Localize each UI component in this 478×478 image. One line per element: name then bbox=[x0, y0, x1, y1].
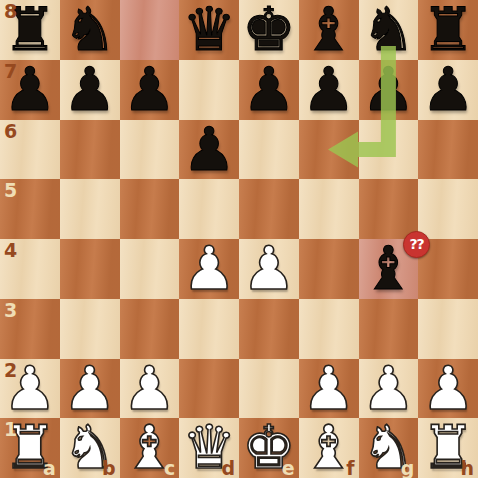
square-g5[interactable] bbox=[359, 179, 419, 239]
square-d8[interactable]: ♛ bbox=[179, 0, 239, 60]
square-a2[interactable]: 2♟ bbox=[0, 359, 60, 419]
piece-black-pawn-b7[interactable]: ♟ bbox=[63, 60, 117, 120]
piece-black-pawn-c7[interactable]: ♟ bbox=[122, 60, 176, 120]
file-label-d: d bbox=[221, 457, 235, 478]
rank-label-8: 8 bbox=[4, 0, 17, 22]
square-f6[interactable] bbox=[299, 120, 359, 180]
square-d2[interactable] bbox=[179, 359, 239, 419]
square-b6[interactable] bbox=[60, 120, 120, 180]
square-d4[interactable]: ♟ bbox=[179, 239, 239, 299]
square-f8[interactable]: ♝ bbox=[299, 0, 359, 60]
file-label-h: h bbox=[460, 457, 474, 478]
blunder-badge: ?? bbox=[403, 231, 430, 258]
square-g6[interactable] bbox=[359, 120, 419, 180]
square-c8[interactable] bbox=[120, 0, 180, 60]
file-label-f: f bbox=[346, 457, 354, 478]
square-d3[interactable] bbox=[179, 299, 239, 359]
square-c1[interactable]: c♝ bbox=[120, 418, 180, 478]
piece-white-pawn-g2[interactable]: ♟ bbox=[361, 359, 415, 419]
square-d5[interactable] bbox=[179, 179, 239, 239]
square-c4[interactable] bbox=[120, 239, 180, 299]
piece-black-bishop-f8[interactable]: ♝ bbox=[302, 0, 356, 60]
square-d1[interactable]: d♛ bbox=[179, 418, 239, 478]
square-c3[interactable] bbox=[120, 299, 180, 359]
piece-white-pawn-h2[interactable]: ♟ bbox=[421, 359, 475, 419]
square-e3[interactable] bbox=[239, 299, 299, 359]
square-e2[interactable] bbox=[239, 359, 299, 419]
rank-label-2: 2 bbox=[4, 359, 17, 381]
square-e8[interactable]: ♚ bbox=[239, 0, 299, 60]
piece-black-rook-h8[interactable]: ♜ bbox=[421, 0, 475, 60]
square-d7[interactable] bbox=[179, 60, 239, 120]
rank-label-7: 7 bbox=[4, 60, 17, 82]
file-label-e: e bbox=[282, 457, 295, 478]
square-c6[interactable] bbox=[120, 120, 180, 180]
square-g8[interactable]: ♞ bbox=[359, 0, 419, 60]
piece-black-pawn-f7[interactable]: ♟ bbox=[302, 60, 356, 120]
square-h3[interactable] bbox=[418, 299, 478, 359]
square-a8[interactable]: 8♜ bbox=[0, 0, 60, 60]
square-b4[interactable] bbox=[60, 239, 120, 299]
file-label-a: a bbox=[43, 457, 56, 478]
piece-white-pawn-b2[interactable]: ♟ bbox=[63, 359, 117, 419]
square-f1[interactable]: f♝ bbox=[299, 418, 359, 478]
square-h6[interactable] bbox=[418, 120, 478, 180]
square-e7[interactable]: ♟ bbox=[239, 60, 299, 120]
file-label-c: c bbox=[164, 457, 175, 478]
rank-label-5: 5 bbox=[4, 179, 17, 201]
piece-white-pawn-e4[interactable]: ♟ bbox=[242, 239, 296, 299]
square-b5[interactable] bbox=[60, 179, 120, 239]
square-c7[interactable]: ♟ bbox=[120, 60, 180, 120]
piece-black-pawn-h7[interactable]: ♟ bbox=[421, 60, 475, 120]
file-label-g: g bbox=[401, 457, 415, 478]
piece-black-knight-b8[interactable]: ♞ bbox=[63, 0, 117, 60]
piece-black-pawn-e7[interactable]: ♟ bbox=[242, 60, 296, 120]
square-c5[interactable] bbox=[120, 179, 180, 239]
file-label-b: b bbox=[102, 457, 116, 478]
square-h7[interactable]: ♟ bbox=[418, 60, 478, 120]
square-g3[interactable] bbox=[359, 299, 419, 359]
square-g2[interactable]: ♟ bbox=[359, 359, 419, 419]
square-e4[interactable]: ♟ bbox=[239, 239, 299, 299]
square-h8[interactable]: ♜ bbox=[418, 0, 478, 60]
piece-white-pawn-d4[interactable]: ♟ bbox=[182, 239, 236, 299]
piece-black-queen-d8[interactable]: ♛ bbox=[182, 0, 236, 60]
blunder-badge-label: ?? bbox=[409, 237, 423, 251]
piece-white-pawn-c2[interactable]: ♟ bbox=[122, 359, 176, 419]
square-b2[interactable]: ♟ bbox=[60, 359, 120, 419]
square-e5[interactable] bbox=[239, 179, 299, 239]
square-b3[interactable] bbox=[60, 299, 120, 359]
square-f4[interactable] bbox=[299, 239, 359, 299]
square-b1[interactable]: b♞ bbox=[60, 418, 120, 478]
rank-label-1: 1 bbox=[4, 418, 17, 440]
piece-black-pawn-g7[interactable]: ♟ bbox=[361, 60, 415, 120]
square-f2[interactable]: ♟ bbox=[299, 359, 359, 419]
square-f7[interactable]: ♟ bbox=[299, 60, 359, 120]
square-h5[interactable] bbox=[418, 179, 478, 239]
rank-label-3: 3 bbox=[4, 299, 17, 321]
piece-black-knight-g8[interactable]: ♞ bbox=[361, 0, 415, 60]
square-b7[interactable]: ♟ bbox=[60, 60, 120, 120]
piece-black-pawn-d6[interactable]: ♟ bbox=[182, 120, 236, 180]
square-h1[interactable]: h♜ bbox=[418, 418, 478, 478]
square-b8[interactable]: ♞ bbox=[60, 0, 120, 60]
piece-black-king-e8[interactable]: ♚ bbox=[242, 0, 296, 60]
rank-label-4: 4 bbox=[4, 239, 17, 261]
square-d6[interactable]: ♟ bbox=[179, 120, 239, 180]
square-a3[interactable]: 3 bbox=[0, 299, 60, 359]
square-a7[interactable]: 7♟ bbox=[0, 60, 60, 120]
square-a6[interactable]: 6 bbox=[0, 120, 60, 180]
square-f5[interactable] bbox=[299, 179, 359, 239]
square-a5[interactable]: 5 bbox=[0, 179, 60, 239]
square-g1[interactable]: g♞ bbox=[359, 418, 419, 478]
square-a4[interactable]: 4 bbox=[0, 239, 60, 299]
rank-label-6: 6 bbox=[4, 120, 17, 142]
square-e1[interactable]: e♚ bbox=[239, 418, 299, 478]
square-e6[interactable] bbox=[239, 120, 299, 180]
square-h2[interactable]: ♟ bbox=[418, 359, 478, 419]
square-c2[interactable]: ♟ bbox=[120, 359, 180, 419]
piece-white-pawn-f2[interactable]: ♟ bbox=[302, 359, 356, 419]
chess-board-wrap: 8♜♞♛♚♝♞♜7♟♟♟♟♟♟♟6♟54♟♟♝32♟♟♟♟♟♟1a♜b♞c♝d♛… bbox=[0, 0, 478, 478]
square-g7[interactable]: ♟ bbox=[359, 60, 419, 120]
square-f3[interactable] bbox=[299, 299, 359, 359]
square-a1[interactable]: 1a♜ bbox=[0, 418, 60, 478]
